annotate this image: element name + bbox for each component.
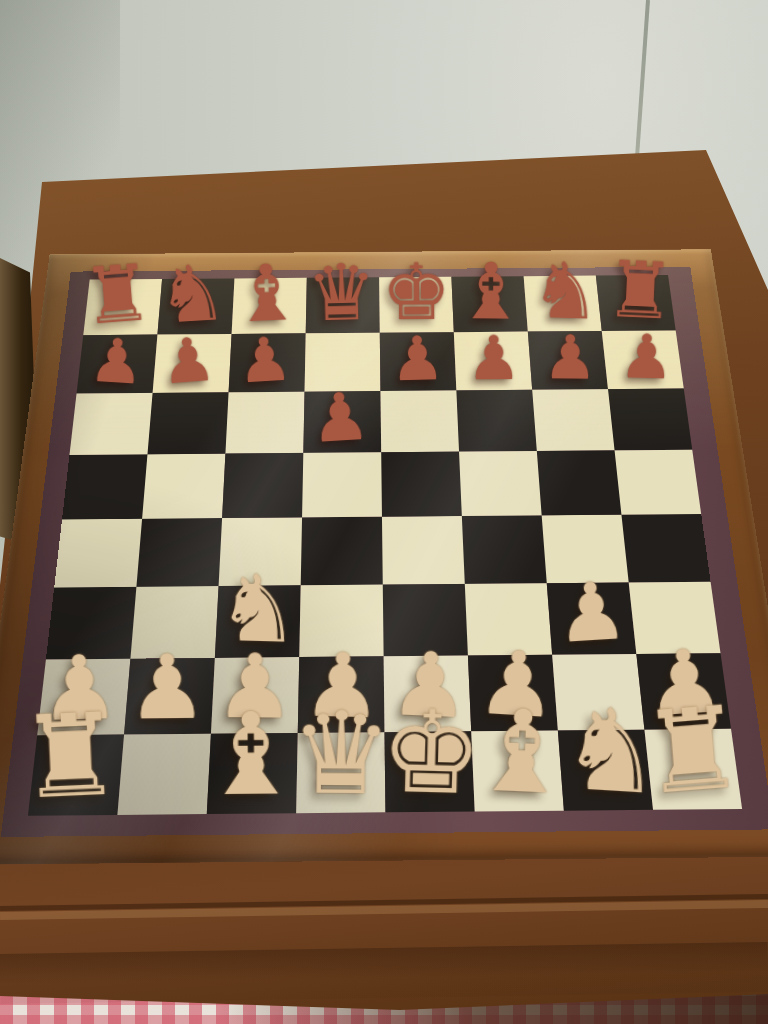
piece-white-rook-a1[interactable]: ♜ [1, 697, 140, 817]
square-h6[interactable] [608, 389, 692, 451]
square-d5[interactable] [302, 452, 382, 517]
piece-black-pawn-h7[interactable]: ♟ [589, 325, 704, 389]
square-d6[interactable]: ♟ [303, 391, 381, 453]
square-h1[interactable]: ♜ [644, 729, 742, 810]
square-c7[interactable]: ♟ [229, 333, 306, 392]
photo-stage: ♜♞♝♛♚♝♞♜♟♟♟♟♟♟♟♟♞♟♟♟♟♟♟♟♟♜♝♛♚♝♞♜ [0, 0, 768, 1024]
square-g6[interactable] [532, 389, 614, 451]
square-a5[interactable] [62, 454, 147, 519]
piece-black-pawn-d6[interactable]: ♟ [280, 381, 401, 454]
chess-board-scene: ♜♞♝♛♚♝♞♜♟♟♟♟♟♟♟♟♞♟♟♟♟♟♟♟♟♜♝♛♚♝♞♜ [0, 249, 768, 865]
square-a4[interactable] [54, 519, 142, 588]
square-a6[interactable] [69, 393, 152, 455]
square-h5[interactable] [615, 450, 702, 515]
square-f5[interactable] [459, 451, 542, 516]
square-h7[interactable]: ♟ [602, 330, 684, 389]
square-f4[interactable] [462, 515, 547, 584]
square-g5[interactable] [537, 450, 622, 515]
square-b5[interactable] [142, 454, 225, 519]
board-grid: ♜♞♝♛♚♝♞♜♟♟♟♟♟♟♟♟♞♟♟♟♟♟♟♟♟♜♝♛♚♝♞♜ [28, 275, 742, 816]
square-e4[interactable] [382, 516, 465, 585]
piece-black-pawn-c7[interactable]: ♟ [206, 326, 323, 393]
square-f6[interactable] [456, 390, 536, 452]
board-maroon-border: ♜♞♝♛♚♝♞♜♟♟♟♟♟♟♟♟♞♟♟♟♟♟♟♟♟♜♝♛♚♝♞♜ [1, 267, 768, 837]
square-b6[interactable] [147, 392, 228, 454]
square-c5[interactable] [222, 453, 303, 518]
square-a1[interactable]: ♜ [28, 735, 124, 816]
piece-black-rook-h8[interactable]: ♜ [583, 249, 697, 331]
square-e5[interactable] [381, 452, 462, 517]
board-wood-frame: ♜♞♝♛♚♝♞♜♟♟♟♟♟♟♟♟♞♟♟♟♟♟♟♟♟♜♝♛♚♝♞♜ [0, 249, 768, 865]
piece-white-rook-h1[interactable]: ♜ [622, 689, 764, 813]
